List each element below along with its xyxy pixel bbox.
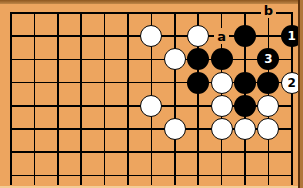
black-stone (234, 95, 256, 117)
point-label-a: a (214, 28, 229, 44)
grid-line-horizontal (10, 59, 292, 61)
black-stone (187, 72, 209, 94)
white-stone (140, 95, 162, 117)
point-label-b: b (261, 2, 276, 18)
grid-line-vertical (57, 12, 59, 185)
black-stone-move-3: 3 (257, 48, 279, 70)
white-stone (211, 118, 233, 140)
white-stone (140, 25, 162, 47)
go-board: 132ab (0, 0, 303, 188)
grid-line-vertical (174, 12, 176, 185)
white-stone (257, 95, 279, 117)
black-stone (234, 72, 256, 94)
white-stone (211, 72, 233, 94)
go-diagram: 132ab (0, 0, 303, 188)
board-frame-top (0, 0, 303, 4)
grid-line-horizontal (10, 151, 292, 153)
white-stone (187, 25, 209, 47)
grid-line-vertical (10, 12, 12, 185)
black-stone (257, 72, 279, 94)
board-frame-bottom-highlight (0, 186, 298, 188)
grid-line-vertical (34, 12, 36, 185)
white-stone (257, 118, 279, 140)
grid-line-horizontal (10, 12, 292, 14)
black-stone (187, 48, 209, 70)
board-frame-right (298, 0, 303, 188)
white-stone (234, 118, 256, 140)
white-stone (164, 48, 186, 70)
white-stone (211, 95, 233, 117)
grid-line-vertical (104, 12, 106, 185)
white-stone (164, 118, 186, 140)
black-stone (234, 25, 256, 47)
grid-line-horizontal (10, 175, 292, 177)
grid-line-vertical (80, 12, 82, 185)
grid-line-vertical (127, 12, 129, 185)
black-stone (211, 48, 233, 70)
